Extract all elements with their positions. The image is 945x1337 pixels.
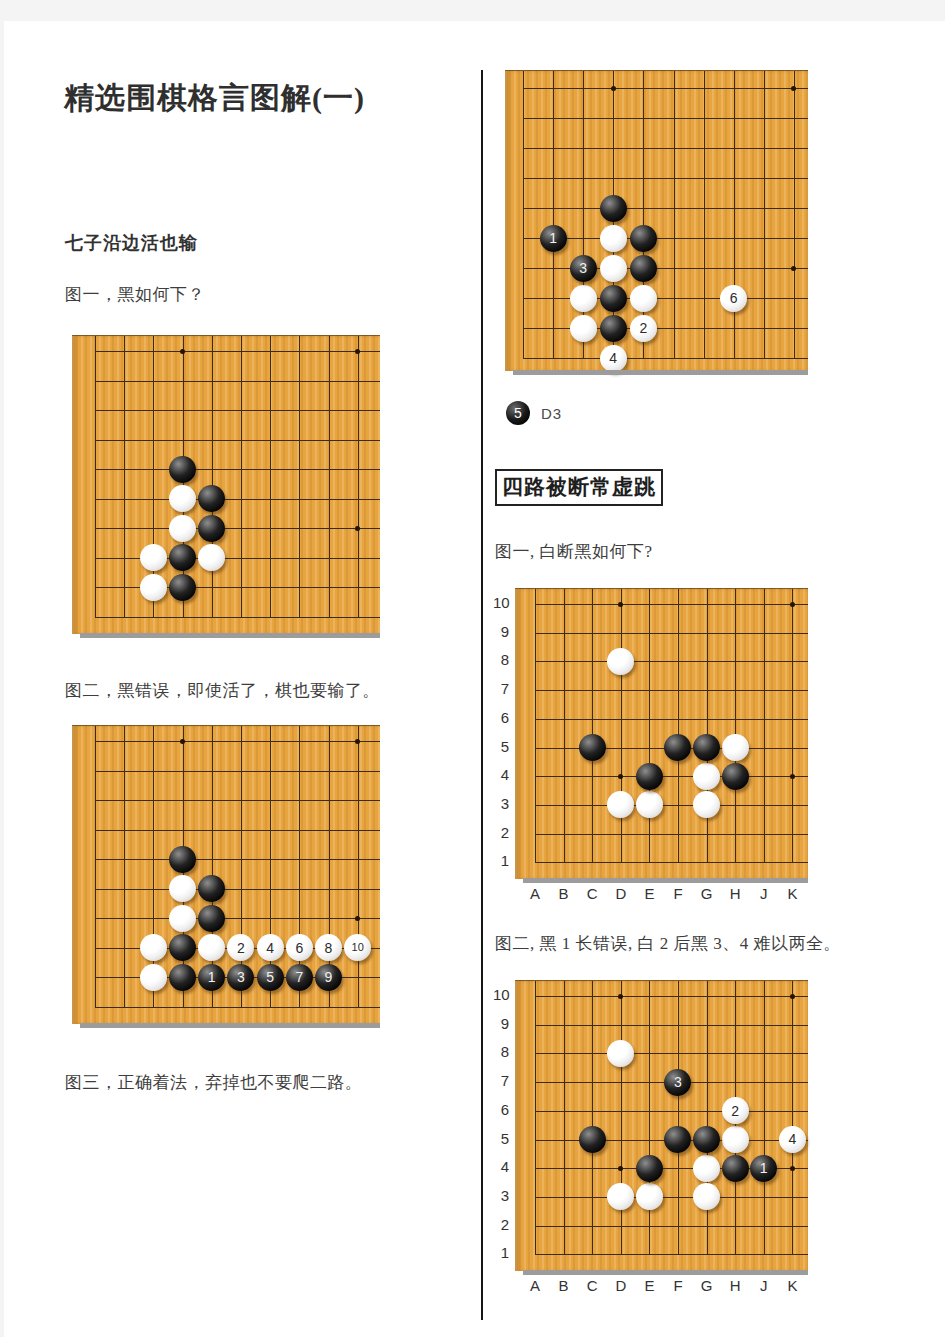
col-label: E <box>640 1278 658 1294</box>
stone-white-move-2: 2 <box>227 934 254 961</box>
stone-white <box>607 1040 634 1067</box>
stone-black <box>169 846 196 873</box>
stone-black <box>579 734 606 761</box>
stone-white <box>140 574 167 601</box>
stone-white-move-4: 4 <box>779 1126 806 1153</box>
row-label: 1 <box>493 1244 509 1262</box>
col-label: D <box>612 886 630 902</box>
row-label: 5 <box>493 738 509 756</box>
page-title: 精选围棋格言图解(一) <box>64 78 365 119</box>
col-label: G <box>698 886 716 902</box>
row-label: 4 <box>493 1158 509 1176</box>
stone-black-move-3: 3 <box>227 964 254 991</box>
row-label: 10 <box>493 594 509 612</box>
stone-white-move-6: 6 <box>720 285 747 312</box>
stone-black <box>169 964 196 991</box>
stone-black <box>198 905 225 932</box>
black-stone-badge: 5 <box>506 401 530 425</box>
row-label: 7 <box>493 680 509 698</box>
stone-black-move-1: 1 <box>540 225 567 252</box>
go-board-section2-fig2: 123410987654321ABCDEFGHJK <box>493 980 808 1295</box>
stone-white <box>169 905 196 932</box>
section1-fig2-caption: 图二，黑错误，即使活了，棋也要输了。 <box>65 679 380 702</box>
stone-white <box>600 255 627 282</box>
stone-white <box>169 875 196 902</box>
stone-white <box>636 1183 663 1210</box>
stone-white <box>607 1183 634 1210</box>
stone-white-move-8: 8 <box>315 934 342 961</box>
stone-white <box>722 1126 749 1153</box>
row-label: 9 <box>493 1015 509 1033</box>
stone-black <box>693 1126 720 1153</box>
stone-white <box>169 485 196 512</box>
stone-black <box>198 515 225 542</box>
col-label: J <box>755 886 773 902</box>
stone-white <box>693 1155 720 1182</box>
stone-white <box>693 763 720 790</box>
board-shadow <box>523 1270 808 1275</box>
stone-white <box>570 285 597 312</box>
stone-black <box>600 315 627 342</box>
col-label: F <box>669 886 687 902</box>
stone-white <box>600 225 627 252</box>
row-label: 2 <box>493 824 509 842</box>
stone-black-move-1: 1 <box>198 964 225 991</box>
stone-white <box>198 544 225 571</box>
row-label: 8 <box>493 651 509 669</box>
col-label: K <box>783 886 801 902</box>
stone-black <box>636 1155 663 1182</box>
stone-white <box>630 285 657 312</box>
go-board-section1-fig1 <box>72 335 380 638</box>
move-note: 5 D3 <box>506 401 562 425</box>
move-note-coordinate: D3 <box>541 405 562 422</box>
col-label: H <box>726 886 744 902</box>
board-wood <box>515 588 808 879</box>
stone-black <box>722 763 749 790</box>
col-label: K <box>783 1278 801 1294</box>
stone-white <box>169 515 196 542</box>
stone-white <box>693 791 720 818</box>
section1-fig3-caption: 图三，正确着法，弃掉也不要爬二路。 <box>65 1071 363 1094</box>
col-label: B <box>555 886 573 902</box>
stone-black <box>169 574 196 601</box>
stone-white-move-2: 2 <box>722 1097 749 1124</box>
col-label: J <box>755 1278 773 1294</box>
row-label: 6 <box>493 1101 509 1119</box>
stone-black <box>722 1155 749 1182</box>
go-board-section1-fig2: 13579246810 <box>72 725 380 1028</box>
col-label: A <box>526 1278 544 1294</box>
board-wood: 13246 <box>505 70 808 371</box>
board-shadow <box>523 878 808 883</box>
section1-fig1-caption: 图一，黑如何下？ <box>65 283 205 306</box>
stone-white-move-2: 2 <box>630 315 657 342</box>
column-divider <box>481 70 483 1320</box>
stone-black <box>169 544 196 571</box>
row-label: 8 <box>493 1043 509 1061</box>
stone-black-move-9: 9 <box>315 964 342 991</box>
stone-black <box>630 255 657 282</box>
stone-black <box>169 456 196 483</box>
stone-white <box>198 934 225 961</box>
col-label: H <box>726 1278 744 1294</box>
col-label: D <box>612 1278 630 1294</box>
row-label: 4 <box>493 766 509 784</box>
row-label: 10 <box>493 986 509 1004</box>
col-label: A <box>526 886 544 902</box>
stone-white <box>570 315 597 342</box>
stone-white <box>722 734 749 761</box>
document-page: 精选围棋格言图解(一) 七子沿边活也输 图一，黑如何下？ 图二，黑错误，即使活了… <box>4 21 945 1337</box>
board-wood: 13579246810 <box>72 725 380 1024</box>
stone-black-move-7: 7 <box>286 964 313 991</box>
row-label: 5 <box>493 1130 509 1148</box>
board-shadow <box>80 633 380 638</box>
stone-black <box>636 763 663 790</box>
col-label: E <box>640 886 658 902</box>
stone-black <box>600 285 627 312</box>
section2-heading: 四路被断常虚跳 <box>495 469 663 506</box>
stone-black-move-3: 3 <box>664 1069 691 1096</box>
stone-white <box>693 1183 720 1210</box>
stone-black-move-5: 5 <box>257 964 284 991</box>
stone-white-move-4: 4 <box>257 934 284 961</box>
stone-black-move-3: 3 <box>570 255 597 282</box>
stone-black <box>600 195 627 222</box>
stone-white <box>140 934 167 961</box>
row-label: 1 <box>493 852 509 870</box>
go-board-section2-fig1: 10987654321ABCDEFGHJK <box>493 588 808 903</box>
stone-white <box>607 648 634 675</box>
stone-white <box>636 791 663 818</box>
stone-black <box>693 734 720 761</box>
stone-black <box>579 1126 606 1153</box>
stone-white <box>140 964 167 991</box>
stone-black-move-1: 1 <box>750 1155 777 1182</box>
board-shadow <box>80 1023 380 1028</box>
row-label: 2 <box>493 1216 509 1234</box>
stone-black <box>198 485 225 512</box>
stone-white-move-4: 4 <box>600 345 627 372</box>
stone-white-move-6: 6 <box>286 934 313 961</box>
stone-white-move-10: 10 <box>344 934 371 961</box>
col-label: B <box>555 1278 573 1294</box>
stone-white <box>607 791 634 818</box>
row-label: 7 <box>493 1072 509 1090</box>
row-label: 3 <box>493 795 509 813</box>
stone-black <box>169 934 196 961</box>
stone-white <box>140 544 167 571</box>
stone-black <box>664 734 691 761</box>
section2-fig2-caption: 图二, 黑 1 长错误, 白 2 后黑 3、4 难以两全。 <box>495 932 841 955</box>
col-label: G <box>698 1278 716 1294</box>
go-board-section1-fig3: 13246 <box>505 70 808 375</box>
stone-black <box>664 1126 691 1153</box>
col-label: F <box>669 1278 687 1294</box>
row-label: 9 <box>493 623 509 641</box>
row-label: 6 <box>493 709 509 727</box>
board-wood: 1234 <box>515 980 808 1271</box>
board-wood <box>72 335 380 634</box>
row-label: 3 <box>493 1187 509 1205</box>
col-label: C <box>583 1278 601 1294</box>
col-label: C <box>583 886 601 902</box>
board-shadow <box>513 370 808 375</box>
section1-heading: 七子沿边活也输 <box>65 231 198 255</box>
stone-black <box>630 225 657 252</box>
section2-fig1-caption: 图一, 白断黑如何下? <box>495 540 653 563</box>
stone-black <box>198 875 225 902</box>
